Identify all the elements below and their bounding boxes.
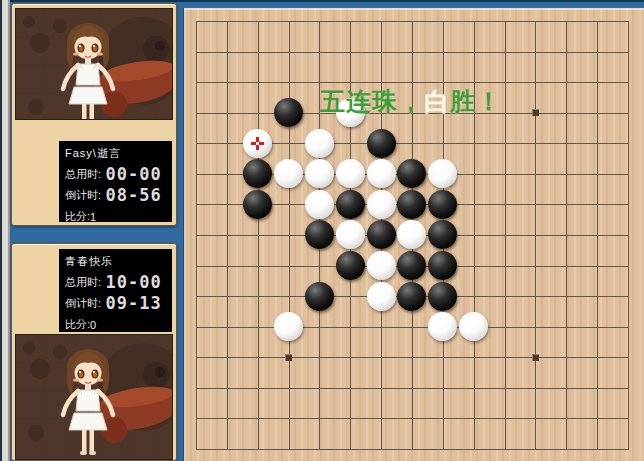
stone-white [367,159,396,188]
stone-white [274,159,303,188]
stone-black [428,190,457,219]
stone-white [336,159,365,188]
star-point [532,354,539,361]
board[interactable]: 五连珠，白胜！ [183,8,644,461]
stone-black [274,98,303,127]
stone-black [243,159,272,188]
score-row: 比分:0 [65,315,96,332]
stone-black [305,220,334,249]
stone-white [305,129,334,158]
score-row: 比分:1 [65,207,96,222]
stone-white [428,312,457,341]
game-window: Fasy\逝言 总用时: 00-00 倒计时: 08-56 比分:1 青春快乐 … [0,0,644,461]
score-value: 0 [90,319,96,331]
stone-white [428,159,457,188]
total-time-row: 总用时: 10-00 [65,272,162,292]
grid-line [196,327,629,328]
countdown-value: 08-56 [106,185,162,205]
stone-black [336,251,365,280]
stone-black [336,190,365,219]
stone-black [367,220,396,249]
countdown-value: 09-13 [106,293,162,313]
total-time-value: 10-00 [106,272,162,292]
grid-line [196,418,629,419]
stone-black [397,159,426,188]
stone-black [243,190,272,219]
star-point [285,354,292,361]
grid-line [505,21,506,450]
countdown-label: 倒计时: [65,189,101,201]
total-time-label: 总用时: [65,276,101,288]
countdown-row: 倒计时: 08-56 [65,185,162,205]
star-point [532,109,539,116]
win-message: 五连珠，白胜！ [320,85,502,118]
stone-white [367,190,396,219]
player-info-bottom: 青春快乐 总用时: 10-00 倒计时: 09-13 比分:0 [59,249,172,332]
stone-black [428,251,457,280]
player-panel-top: Fasy\逝言 总用时: 00-00 倒计时: 08-56 比分:1 [11,3,177,226]
grid-line [196,357,629,358]
stone-black [428,282,457,311]
stone-black [428,220,457,249]
total-time-value: 00-00 [106,164,162,184]
player-info-top: Fasy\逝言 总用时: 00-00 倒计时: 08-56 比分:1 [59,141,172,222]
grid-line [566,21,567,450]
stone-white [274,312,303,341]
grid-line [628,21,629,450]
stone-black [397,282,426,311]
countdown-label: 倒计时: [65,297,101,309]
player-name: 青春快乐 [65,254,113,269]
player-avatar [15,8,173,120]
grid-line [597,21,598,450]
total-time-row: 总用时: 00-00 [65,164,162,184]
score-label: 比分: [65,318,90,330]
stone-white [459,312,488,341]
stone-white [305,159,334,188]
window-left-edge [0,0,10,461]
stone-white [397,220,426,249]
grid-line [196,449,629,450]
player-avatar [15,334,173,460]
win-message-prefix: 五连珠， [320,88,424,115]
stone-white [367,282,396,311]
last-move-marker [251,137,264,150]
player-panel-bottom: 青春快乐 总用时: 10-00 倒计时: 09-13 比分:0 [11,243,177,461]
stone-white [336,220,365,249]
countdown-row: 倒计时: 09-13 [65,293,162,313]
score-label: 比分: [65,210,90,222]
win-message-suffix: 胜！ [450,88,502,115]
stone-white [305,190,334,219]
stone-black [397,190,426,219]
win-message-winner: 白 [424,88,450,115]
stone-black [305,282,334,311]
score-value: 1 [90,211,96,222]
stone-black [397,251,426,280]
window-top-edge [0,0,644,2]
total-time-label: 总用时: [65,168,101,180]
grid-line [535,21,536,450]
grid-line [196,388,629,389]
stone-white [367,251,396,280]
player-name: Fasy\逝言 [65,146,121,161]
stone-black [367,129,396,158]
